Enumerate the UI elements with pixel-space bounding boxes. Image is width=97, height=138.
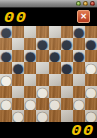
titlebar	[0, 0, 97, 8]
square-a3[interactable]	[0, 86, 12, 98]
dark-piece[interactable]: ●	[85, 38, 97, 50]
titlebar-button-red[interactable]	[90, 1, 95, 6]
square-d5[interactable]	[36, 62, 48, 74]
square-d6[interactable]	[36, 50, 48, 62]
square-f4[interactable]	[61, 74, 73, 86]
square-g3[interactable]	[73, 86, 85, 98]
square-a8[interactable]: ●	[0, 26, 12, 38]
dark-piece[interactable]: ●	[61, 38, 73, 50]
dark-piece[interactable]: ●	[73, 26, 85, 38]
square-h5[interactable]: ●	[85, 62, 97, 74]
square-a7[interactable]	[0, 38, 12, 50]
square-c6[interactable]: ●	[24, 50, 36, 62]
square-a1[interactable]	[0, 110, 12, 122]
square-b4[interactable]	[12, 74, 24, 86]
bottom-score-bar: 00	[0, 122, 97, 138]
square-b6[interactable]	[12, 50, 24, 62]
dark-piece[interactable]: ●	[73, 50, 85, 62]
square-f5[interactable]: ●	[61, 62, 73, 74]
square-g2[interactable]: ●	[73, 98, 85, 110]
square-e8[interactable]	[49, 26, 61, 38]
white-piece[interactable]: ●	[12, 110, 24, 122]
titlebar-button-green[interactable]	[76, 1, 81, 6]
dark-piece[interactable]: ●	[12, 62, 24, 74]
dark-piece[interactable]: ●	[0, 26, 12, 38]
square-d1[interactable]: ●	[36, 110, 48, 122]
close-button[interactable]: ✕	[77, 10, 90, 23]
square-f7[interactable]: ●	[61, 38, 73, 50]
white-piece[interactable]: ●	[85, 86, 97, 98]
square-f3[interactable]	[61, 86, 73, 98]
white-piece[interactable]: ●	[0, 74, 12, 86]
square-c2[interactable]: ●	[24, 98, 36, 110]
square-c8[interactable]	[24, 26, 36, 38]
square-d3[interactable]: ●	[36, 86, 48, 98]
top-score-bar: 00 ✕	[0, 8, 97, 26]
square-a4[interactable]: ●	[0, 74, 12, 86]
square-f1[interactable]	[61, 110, 73, 122]
square-e5[interactable]	[49, 62, 61, 74]
square-h7[interactable]: ●	[85, 38, 97, 50]
square-e4[interactable]	[49, 74, 61, 86]
square-b8[interactable]	[12, 26, 24, 38]
square-h3[interactable]: ●	[85, 86, 97, 98]
square-d7[interactable]: ●	[36, 38, 48, 50]
square-d4[interactable]	[36, 74, 48, 86]
square-g4[interactable]	[73, 74, 85, 86]
score-display-top: 00	[4, 10, 28, 24]
dark-piece[interactable]: ●	[0, 50, 12, 62]
square-f8[interactable]	[61, 26, 73, 38]
square-a2[interactable]: ●	[0, 98, 12, 110]
square-a5[interactable]	[0, 62, 12, 74]
square-b5[interactable]: ●	[12, 62, 24, 74]
square-c4[interactable]	[24, 74, 36, 86]
square-c3[interactable]	[24, 86, 36, 98]
board: ●●●●●●●●●●●●●●●●●●●●●●	[0, 26, 97, 122]
square-e1[interactable]	[49, 110, 61, 122]
square-e7[interactable]	[49, 38, 61, 50]
dark-piece[interactable]: ●	[61, 62, 73, 74]
titlebar-button-yellow[interactable]	[83, 1, 88, 6]
white-piece[interactable]: ●	[36, 110, 48, 122]
square-d8[interactable]	[36, 26, 48, 38]
square-d2[interactable]	[36, 98, 48, 110]
white-piece[interactable]: ●	[0, 98, 12, 110]
square-f6[interactable]	[61, 50, 73, 62]
square-b3[interactable]	[12, 86, 24, 98]
square-c7[interactable]	[24, 38, 36, 50]
square-c5[interactable]	[24, 62, 36, 74]
square-h1[interactable]: ●	[85, 110, 97, 122]
white-piece[interactable]: ●	[49, 98, 61, 110]
square-e3[interactable]	[49, 86, 61, 98]
square-g1[interactable]	[73, 110, 85, 122]
square-h6[interactable]	[85, 50, 97, 62]
square-c1[interactable]	[24, 110, 36, 122]
square-b2[interactable]	[12, 98, 24, 110]
square-a6[interactable]: ●	[0, 50, 12, 62]
square-h2[interactable]	[85, 98, 97, 110]
square-h4[interactable]	[85, 74, 97, 86]
square-h8[interactable]	[85, 26, 97, 38]
square-e2[interactable]: ●	[49, 98, 61, 110]
square-e6[interactable]: ●	[49, 50, 61, 62]
square-g8[interactable]: ●	[73, 26, 85, 38]
white-piece[interactable]: ●	[36, 86, 48, 98]
dark-piece[interactable]: ●	[24, 50, 36, 62]
white-piece[interactable]: ●	[24, 98, 36, 110]
score-display-bottom: 00	[71, 123, 95, 137]
square-g5[interactable]	[73, 62, 85, 74]
dark-piece[interactable]: ●	[49, 50, 61, 62]
square-g6[interactable]: ●	[73, 50, 85, 62]
checkers-window: 00 ✕ ●●●●●●●●●●●●●●●●●●●●●● 00	[0, 0, 97, 138]
white-piece[interactable]: ●	[73, 98, 85, 110]
white-piece[interactable]: ●	[85, 62, 97, 74]
dark-piece[interactable]: ●	[36, 38, 48, 50]
square-g7[interactable]	[73, 38, 85, 50]
square-b7[interactable]	[12, 38, 24, 50]
square-f2[interactable]	[61, 98, 73, 110]
white-piece[interactable]: ●	[85, 110, 97, 122]
square-b1[interactable]: ●	[12, 110, 24, 122]
